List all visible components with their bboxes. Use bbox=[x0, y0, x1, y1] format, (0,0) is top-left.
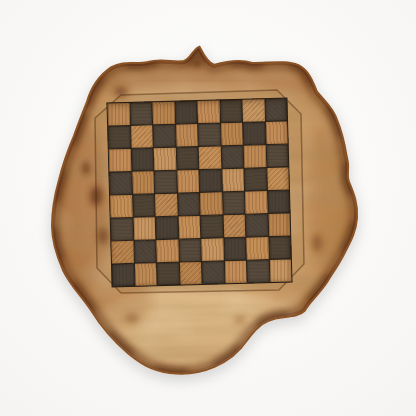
square-e1[interactable] bbox=[202, 261, 224, 284]
square-h6[interactable] bbox=[266, 145, 288, 168]
square-a1[interactable] bbox=[112, 264, 134, 287]
square-a6[interactable] bbox=[109, 149, 131, 172]
square-h8[interactable] bbox=[265, 99, 287, 122]
square-g8[interactable] bbox=[242, 99, 264, 122]
square-e2[interactable] bbox=[201, 238, 223, 261]
square-b5[interactable] bbox=[132, 171, 154, 194]
square-a4[interactable] bbox=[110, 195, 132, 218]
square-c7[interactable] bbox=[153, 125, 175, 148]
square-d8[interactable] bbox=[175, 101, 197, 124]
square-g3[interactable] bbox=[246, 214, 268, 237]
square-g1[interactable] bbox=[247, 260, 269, 283]
square-b6[interactable] bbox=[131, 148, 153, 171]
square-a5[interactable] bbox=[109, 172, 131, 195]
square-a8[interactable] bbox=[107, 103, 129, 126]
square-b1[interactable] bbox=[134, 263, 156, 286]
square-b8[interactable] bbox=[130, 102, 152, 125]
square-e3[interactable] bbox=[201, 215, 223, 238]
square-d1[interactable] bbox=[179, 262, 201, 285]
square-g7[interactable] bbox=[243, 122, 265, 145]
square-c8[interactable] bbox=[152, 102, 174, 125]
square-c5[interactable] bbox=[154, 171, 176, 194]
square-h2[interactable] bbox=[269, 236, 291, 259]
square-e8[interactable] bbox=[197, 100, 219, 123]
square-b3[interactable] bbox=[133, 217, 155, 240]
square-h7[interactable] bbox=[266, 122, 288, 145]
square-h1[interactable] bbox=[269, 259, 291, 282]
square-c6[interactable] bbox=[154, 148, 176, 171]
square-h5[interactable] bbox=[267, 168, 289, 191]
square-c3[interactable] bbox=[156, 217, 178, 240]
square-b2[interactable] bbox=[134, 240, 156, 263]
square-c1[interactable] bbox=[157, 263, 179, 286]
square-d5[interactable] bbox=[177, 170, 199, 193]
square-c2[interactable] bbox=[156, 240, 178, 263]
square-g2[interactable] bbox=[246, 237, 268, 260]
square-e4[interactable] bbox=[200, 192, 222, 215]
square-d7[interactable] bbox=[176, 124, 198, 147]
square-d3[interactable] bbox=[178, 216, 200, 239]
square-g5[interactable] bbox=[244, 168, 266, 191]
square-a7[interactable] bbox=[108, 126, 130, 149]
square-b7[interactable] bbox=[131, 125, 153, 148]
board-grid bbox=[106, 98, 292, 288]
square-d6[interactable] bbox=[176, 147, 198, 170]
square-d2[interactable] bbox=[179, 239, 201, 262]
square-a3[interactable] bbox=[111, 218, 133, 241]
square-e6[interactable] bbox=[199, 146, 221, 169]
square-f1[interactable] bbox=[224, 261, 246, 284]
square-h4[interactable] bbox=[267, 191, 289, 214]
square-e5[interactable] bbox=[199, 169, 221, 192]
square-f3[interactable] bbox=[223, 215, 245, 238]
square-c4[interactable] bbox=[155, 194, 177, 217]
square-b4[interactable] bbox=[133, 194, 155, 217]
chess-board[interactable] bbox=[106, 98, 292, 288]
square-f5[interactable] bbox=[222, 169, 244, 192]
square-h3[interactable] bbox=[268, 213, 290, 236]
square-f6[interactable] bbox=[221, 146, 243, 169]
scene bbox=[0, 0, 416, 416]
square-g6[interactable] bbox=[244, 145, 266, 168]
square-a2[interactable] bbox=[111, 241, 133, 264]
square-f4[interactable] bbox=[223, 192, 245, 215]
square-f2[interactable] bbox=[224, 238, 246, 261]
square-f7[interactable] bbox=[221, 123, 243, 146]
square-g4[interactable] bbox=[245, 191, 267, 214]
square-e7[interactable] bbox=[198, 123, 220, 146]
square-f8[interactable] bbox=[220, 100, 242, 123]
square-d4[interactable] bbox=[178, 193, 200, 216]
